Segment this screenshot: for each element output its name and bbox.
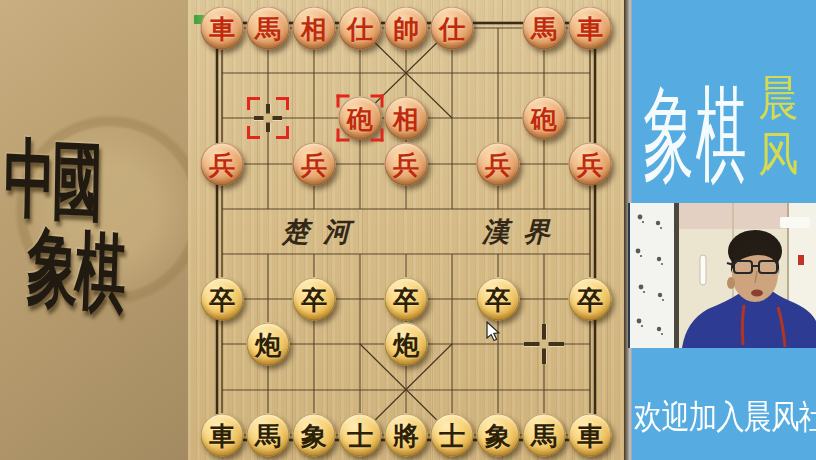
piece-red-general[interactable]: 帥 [385,7,428,50]
piece-label: 仕 [439,15,465,41]
webcam-video [628,203,816,348]
piece-black-chariot[interactable]: 車 [201,414,244,457]
brand-subtitle-char-top: 晨 [758,70,799,126]
piece-label: 卒 [393,286,419,312]
piece-label: 卒 [485,286,511,312]
webcam-scene [628,203,816,348]
piece-label: 卒 [209,286,235,312]
piece-label: 車 [577,422,603,448]
piece-black-elephant[interactable]: 象 [293,414,336,457]
piece-red-elephant[interactable]: 相 [385,97,428,140]
piece-label: 兵 [577,151,603,177]
piece-red-soldier[interactable]: 兵 [293,143,336,186]
brand-subtitle-char-bottom: 风 [758,126,799,182]
piece-label: 砲 [531,105,557,131]
piece-red-chariot[interactable]: 車 [201,7,244,50]
piece-red-horse[interactable]: 馬 [247,7,290,50]
piece-red-soldier[interactable]: 兵 [477,143,520,186]
app-title-line2: 象棋 [25,210,124,334]
piece-red-soldier[interactable]: 兵 [201,143,244,186]
piece-black-advisor[interactable]: 士 [431,414,474,457]
piece-red-soldier[interactable]: 兵 [385,143,428,186]
brand-subtitle: 晨风 [758,70,799,181]
piece-black-chariot[interactable]: 車 [569,414,612,457]
piece-black-elephant[interactable]: 象 [477,414,520,457]
glasses [727,261,777,273]
piece-label: 卒 [577,286,603,312]
piece-label: 象 [301,422,327,448]
piece-black-soldier[interactable]: 卒 [477,278,520,321]
piece-red-cannon[interactable]: 砲 [523,97,566,140]
piece-label: 相 [301,15,327,41]
piece-black-horse[interactable]: 馬 [523,414,566,457]
piece-black-advisor[interactable]: 士 [339,414,382,457]
piece-red-elephant[interactable]: 相 [293,7,336,50]
piece-label: 士 [439,422,465,448]
piece-black-cannon[interactable]: 炮 [247,323,290,366]
piece-red-advisor[interactable]: 仕 [431,7,474,50]
piece-label: 砲 [347,105,373,131]
piece-label: 馬 [531,15,557,41]
piece-red-soldier[interactable]: 兵 [569,143,612,186]
piece-label: 車 [577,15,603,41]
piece-black-soldier[interactable]: 卒 [201,278,244,321]
piece-label: 兵 [393,151,419,177]
piece-label: 車 [209,15,235,41]
piece-label: 馬 [255,15,281,41]
piece-red-chariot[interactable]: 車 [569,7,612,50]
piece-label: 馬 [255,422,281,448]
piece-label: 帥 [393,15,419,41]
piece-label: 將 [393,422,419,448]
left-decor-panel: 中國 象棋 [0,0,188,460]
piece-black-soldier[interactable]: 卒 [385,278,428,321]
piece-label: 卒 [301,286,327,312]
piece-label: 相 [393,105,419,131]
piece-black-general[interactable]: 將 [385,414,428,457]
piece-label: 車 [209,422,235,448]
piece-label: 炮 [255,331,281,357]
piece-red-advisor[interactable]: 仕 [339,7,382,50]
piece-label: 象 [485,422,511,448]
piece-label: 炮 [393,331,419,357]
xiangqi-board[interactable]: 楚河 漢界 車馬相仕帥仕馬車砲相砲兵兵兵兵兵卒卒卒卒卒炮炮車馬象士將士象馬車 [188,0,624,460]
piece-black-soldier[interactable]: 卒 [293,278,336,321]
piece-black-soldier[interactable]: 卒 [569,278,612,321]
piece-red-cannon[interactable]: 砲 [339,97,382,140]
piece-label: 馬 [531,422,557,448]
river-label-han-jie: 漢界 [482,214,564,250]
piece-label: 仕 [347,15,373,41]
piece-label: 兵 [301,151,327,177]
piece-black-cannon[interactable]: 炮 [385,323,428,366]
lanyard-left [742,305,744,345]
mouse-cursor [486,321,502,343]
bottom-banner: 欢迎加入晨风社 [634,395,814,441]
app-window: 中國 象棋 楚河 漢界 車馬相仕帥仕馬車砲相砲兵兵兵兵兵卒卒卒卒卒炮炮車馬象士將… [0,0,816,460]
piece-red-horse[interactable]: 馬 [523,7,566,50]
river-label-chu-he: 楚河 [282,214,364,250]
brand-title: 象棋 [643,66,749,209]
piece-label: 兵 [209,151,235,177]
piece-black-horse[interactable]: 馬 [247,414,290,457]
piece-label: 士 [347,422,373,448]
piece-label: 兵 [485,151,511,177]
stream-sidebar: 象棋 晨风 [632,0,816,460]
